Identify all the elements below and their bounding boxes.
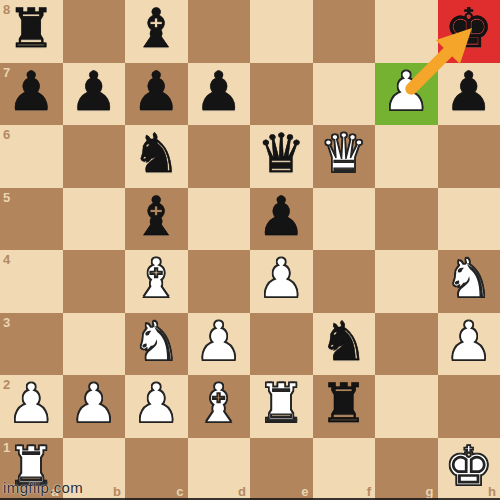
square-c4[interactable]: ♝ (125, 250, 188, 313)
square-h6[interactable] (438, 125, 500, 188)
file-label-d: d (238, 485, 246, 498)
square-f1[interactable]: f (313, 438, 376, 500)
square-g1[interactable]: g (375, 438, 438, 500)
file-label-b: b (113, 485, 121, 498)
piece-black-pawn-d7[interactable]: ♟ (195, 65, 243, 119)
piece-black-pawn-a7[interactable]: ♟ (7, 65, 55, 119)
square-f7[interactable] (313, 63, 376, 126)
square-b6[interactable] (63, 125, 126, 188)
piece-black-knight-c6[interactable]: ♞ (132, 127, 180, 181)
square-c2[interactable]: ♟ (125, 375, 188, 438)
square-f4[interactable] (313, 250, 376, 313)
square-h7[interactable]: ♟ (438, 63, 500, 126)
piece-black-rook-a8[interactable]: ♜ (7, 2, 55, 56)
rank-label-3: 3 (3, 316, 10, 329)
piece-white-bishop-c4[interactable]: ♝ (132, 252, 180, 306)
square-e3[interactable] (250, 313, 313, 376)
square-h1[interactable]: h♚ (438, 438, 500, 500)
square-e5[interactable]: ♟ (250, 188, 313, 251)
square-f6[interactable]: ♛ (313, 125, 376, 188)
piece-black-queen-e6[interactable]: ♛ (257, 127, 305, 181)
square-a6[interactable]: 6 (0, 125, 63, 188)
square-a4[interactable]: 4 (0, 250, 63, 313)
file-label-e: e (301, 485, 308, 498)
square-g4[interactable] (375, 250, 438, 313)
piece-white-knight-c3[interactable]: ♞ (132, 315, 180, 369)
square-e8[interactable] (250, 0, 313, 63)
piece-black-rook-f2[interactable]: ♜ (320, 377, 368, 431)
square-h3[interactable]: ♟ (438, 313, 500, 376)
piece-black-pawn-c7[interactable]: ♟ (132, 65, 180, 119)
square-e6[interactable]: ♛ (250, 125, 313, 188)
piece-white-rook-e2[interactable]: ♜ (257, 377, 305, 431)
piece-white-pawn-h3[interactable]: ♟ (445, 315, 493, 369)
square-d6[interactable] (188, 125, 251, 188)
square-b7[interactable]: ♟ (63, 63, 126, 126)
rank-label-4: 4 (3, 253, 10, 266)
piece-black-pawn-e5[interactable]: ♟ (257, 190, 305, 244)
square-a3[interactable]: 3 (0, 313, 63, 376)
piece-white-pawn-e4[interactable]: ♟ (257, 252, 305, 306)
square-d2[interactable]: ♝ (188, 375, 251, 438)
square-a8[interactable]: 8♜ (0, 0, 63, 63)
file-label-c: c (176, 485, 183, 498)
square-h4[interactable]: ♞ (438, 250, 500, 313)
square-g8[interactable] (375, 0, 438, 63)
piece-black-bishop-c5[interactable]: ♝ (132, 190, 180, 244)
square-g3[interactable] (375, 313, 438, 376)
piece-black-pawn-b7[interactable]: ♟ (70, 65, 118, 119)
piece-white-pawn-d3[interactable]: ♟ (195, 315, 243, 369)
piece-white-queen-f6[interactable]: ♛ (320, 127, 368, 181)
square-g6[interactable] (375, 125, 438, 188)
piece-black-king-h8[interactable]: ♚ (445, 2, 493, 56)
rank-label-5: 5 (3, 191, 10, 204)
square-b4[interactable] (63, 250, 126, 313)
square-c6[interactable]: ♞ (125, 125, 188, 188)
square-e7[interactable] (250, 63, 313, 126)
square-h2[interactable] (438, 375, 500, 438)
square-g5[interactable] (375, 188, 438, 251)
square-c8[interactable]: ♝ (125, 0, 188, 63)
chess-board-screenshot: 8♜♝♚7♟♟♟♟♟♟6♞♛♛5♝♟4♝♟♞3♞♟♞♟2♟♟♟♝♜♜1a♜bcd… (0, 0, 500, 500)
chess-board: 8♜♝♚7♟♟♟♟♟♟6♞♛♛5♝♟4♝♟♞3♞♟♞♟2♟♟♟♝♜♜1a♜bcd… (0, 0, 500, 500)
square-g7[interactable]: ♟ (375, 63, 438, 126)
square-f2[interactable]: ♜ (313, 375, 376, 438)
square-d5[interactable] (188, 188, 251, 251)
piece-white-pawn-g7[interactable]: ♟ (382, 65, 430, 119)
square-g2[interactable] (375, 375, 438, 438)
imgflip-watermark: imgflip.com (3, 479, 83, 496)
square-e4[interactable]: ♟ (250, 250, 313, 313)
square-a7[interactable]: 7♟ (0, 63, 63, 126)
piece-black-knight-f3[interactable]: ♞ (320, 315, 368, 369)
square-b5[interactable] (63, 188, 126, 251)
square-h5[interactable] (438, 188, 500, 251)
square-c3[interactable]: ♞ (125, 313, 188, 376)
piece-white-pawn-c2[interactable]: ♟ (132, 377, 180, 431)
square-c1[interactable]: c (125, 438, 188, 500)
piece-black-pawn-h7[interactable]: ♟ (445, 65, 493, 119)
square-f5[interactable] (313, 188, 376, 251)
square-f8[interactable] (313, 0, 376, 63)
piece-white-knight-h4[interactable]: ♞ (445, 252, 493, 306)
square-b2[interactable]: ♟ (63, 375, 126, 438)
square-d1[interactable]: d (188, 438, 251, 500)
square-f3[interactable]: ♞ (313, 313, 376, 376)
piece-black-bishop-c8[interactable]: ♝ (132, 2, 180, 56)
square-a2[interactable]: 2♟ (0, 375, 63, 438)
square-e2[interactable]: ♜ (250, 375, 313, 438)
square-c5[interactable]: ♝ (125, 188, 188, 251)
piece-white-bishop-d2[interactable]: ♝ (195, 377, 243, 431)
square-a5[interactable]: 5 (0, 188, 63, 251)
square-d3[interactable]: ♟ (188, 313, 251, 376)
piece-white-pawn-a2[interactable]: ♟ (7, 377, 55, 431)
rank-label-6: 6 (3, 128, 10, 141)
square-e1[interactable]: e (250, 438, 313, 500)
square-b8[interactable] (63, 0, 126, 63)
square-h8[interactable]: ♚ (438, 0, 500, 63)
square-d8[interactable] (188, 0, 251, 63)
piece-white-pawn-b2[interactable]: ♟ (70, 377, 118, 431)
file-label-g: g (426, 485, 434, 498)
square-c7[interactable]: ♟ (125, 63, 188, 126)
piece-white-king-h1[interactable]: ♚ (445, 440, 493, 494)
file-label-f: f (367, 485, 371, 498)
square-d7[interactable]: ♟ (188, 63, 251, 126)
square-b3[interactable] (63, 313, 126, 376)
square-d4[interactable] (188, 250, 251, 313)
